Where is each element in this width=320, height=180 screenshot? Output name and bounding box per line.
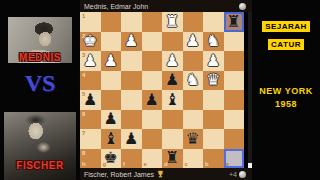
square-h8[interactable]: 8h xyxy=(80,149,101,169)
square-b1[interactable] xyxy=(203,12,224,32)
square-c4[interactable]: ♞ xyxy=(183,71,204,91)
square-c1[interactable] xyxy=(183,12,204,32)
square-b8[interactable]: b xyxy=(203,149,224,169)
square-g7[interactable]: ♝ xyxy=(101,129,122,149)
channel-title-line2: CATUR xyxy=(268,39,304,50)
channel-title: SEJARAH CATUR xyxy=(252,15,320,51)
square-e8[interactable]: e xyxy=(142,149,163,169)
square-c3[interactable] xyxy=(183,51,204,71)
square-g8[interactable]: ♚g xyxy=(101,149,122,169)
square-h5[interactable]: ♟5 xyxy=(80,90,101,110)
square-e6[interactable] xyxy=(142,110,163,130)
square-d3[interactable]: ♟ xyxy=(162,51,183,71)
rank-label-4: 4 xyxy=(82,72,85,78)
vs-label: VS xyxy=(0,70,80,97)
file-label-f: f xyxy=(123,161,125,167)
square-e2[interactable] xyxy=(142,32,163,52)
square-b5[interactable] xyxy=(203,90,224,110)
square-h6[interactable]: 6 xyxy=(80,110,101,130)
square-e1[interactable] xyxy=(142,12,163,32)
piece-white-pawn-c2: ♟ xyxy=(186,33,200,49)
mednis-caption: MEDNIS xyxy=(0,52,80,63)
file-label-e: e xyxy=(144,161,147,167)
square-h4[interactable]: 4 xyxy=(80,71,101,91)
file-label-g: g xyxy=(103,161,107,167)
event-year: 1958 xyxy=(252,98,320,111)
square-f7[interactable]: ♟ xyxy=(121,129,142,149)
piece-white-pawn-d3: ♟ xyxy=(165,52,179,68)
square-d8[interactable]: ♜d xyxy=(162,149,183,169)
trophy-icon xyxy=(157,170,164,178)
chess-board[interactable]: 1♜♜♚2♟♟♞♟3♟♟♟4♟♞♛♟5♟♝6♟7♝♟♛8h♚gfe♜dcba xyxy=(80,12,244,168)
square-d1[interactable]: ♜ xyxy=(162,12,183,32)
square-a8[interactable]: a xyxy=(224,149,245,169)
event-city: NEW YORK xyxy=(252,85,320,98)
square-f4[interactable] xyxy=(121,71,142,91)
piece-black-pawn-g6: ♟ xyxy=(104,111,118,127)
square-a3[interactable] xyxy=(224,51,245,71)
piece-white-pawn-f2: ♟ xyxy=(124,33,138,49)
square-b6[interactable] xyxy=(203,110,224,130)
square-g3[interactable]: ♟ xyxy=(101,51,122,71)
rank-label-3: 3 xyxy=(82,52,85,58)
file-label-b: b xyxy=(205,161,209,167)
square-d7[interactable] xyxy=(162,129,183,149)
square-e4[interactable] xyxy=(142,71,163,91)
bottom-player-name: Fischer, Robert James xyxy=(84,171,154,178)
square-c8[interactable]: c xyxy=(183,149,204,169)
bottom-player-bar: Fischer, Robert James +4 xyxy=(80,168,252,180)
square-f5[interactable] xyxy=(121,90,142,110)
player-status-icon xyxy=(239,3,246,10)
rank-label-1: 1 xyxy=(82,13,85,19)
rank-label-2: 2 xyxy=(82,33,85,39)
square-a6[interactable] xyxy=(224,110,245,130)
piece-white-knight-b2: ♞ xyxy=(206,33,220,49)
square-g6[interactable]: ♟ xyxy=(101,110,122,130)
square-a1[interactable]: ♜ xyxy=(224,12,245,32)
top-player-bar: Mednis, Edmar John xyxy=(80,0,252,12)
piece-black-pawn-e5: ♟ xyxy=(145,91,159,107)
square-f6[interactable] xyxy=(121,110,142,130)
rank-label-7: 7 xyxy=(82,130,85,136)
rank-label-6: 6 xyxy=(82,111,85,117)
piece-white-pawn-g3: ♟ xyxy=(104,52,118,68)
square-h2[interactable]: ♚2 xyxy=(80,32,101,52)
rank-label-8: 8 xyxy=(82,150,85,156)
piece-black-pawn-f7: ♟ xyxy=(124,130,138,146)
square-d4[interactable]: ♟ xyxy=(162,71,183,91)
right-banner-panel: SEJARAH CATUR NEW YORK 1958 xyxy=(252,0,320,180)
file-label-a: a xyxy=(226,161,229,167)
square-h1[interactable]: 1 xyxy=(80,12,101,32)
square-f1[interactable] xyxy=(121,12,142,32)
square-d2[interactable] xyxy=(162,32,183,52)
square-a7[interactable] xyxy=(224,129,245,149)
player-status-icon xyxy=(239,171,246,178)
file-label-c: c xyxy=(185,161,188,167)
file-label-d: d xyxy=(164,161,168,167)
square-e5[interactable]: ♟ xyxy=(142,90,163,110)
square-e3[interactable] xyxy=(142,51,163,71)
square-b7[interactable] xyxy=(203,129,224,149)
square-d6[interactable] xyxy=(162,110,183,130)
square-b4[interactable]: ♛ xyxy=(203,71,224,91)
fischer-caption: FISCHER xyxy=(0,160,80,171)
piece-white-rook-d1: ♜ xyxy=(165,13,179,29)
piece-black-bishop-d5: ♝ xyxy=(165,91,179,107)
square-a2[interactable] xyxy=(224,32,245,52)
square-g5[interactable] xyxy=(101,90,122,110)
piece-black-bishop-g7: ♝ xyxy=(104,130,118,146)
square-b3[interactable]: ♟ xyxy=(203,51,224,71)
square-f8[interactable]: f xyxy=(121,149,142,169)
piece-white-pawn-b3: ♟ xyxy=(206,52,220,68)
left-banner-panel: MEDNIS VS FISCHER xyxy=(0,0,80,180)
square-c6[interactable] xyxy=(183,110,204,130)
square-g4[interactable] xyxy=(101,71,122,91)
piece-black-queen-c7: ♛ xyxy=(186,130,200,146)
material-advantage: +4 xyxy=(229,171,237,178)
channel-title-line1: SEJARAH xyxy=(262,21,310,32)
rank-label-5: 5 xyxy=(82,91,85,97)
square-g1[interactable] xyxy=(101,12,122,32)
top-player-name: Mednis, Edmar John xyxy=(84,3,148,10)
square-g2[interactable] xyxy=(101,32,122,52)
square-f2[interactable]: ♟ xyxy=(121,32,142,52)
piece-black-rook-a1: ♜ xyxy=(227,13,241,29)
square-c7[interactable]: ♛ xyxy=(183,129,204,149)
square-h7[interactable]: 7 xyxy=(80,129,101,149)
square-h3[interactable]: ♟3 xyxy=(80,51,101,71)
square-c2[interactable]: ♟ xyxy=(183,32,204,52)
square-a5[interactable] xyxy=(224,90,245,110)
piece-black-pawn-d4: ♟ xyxy=(165,72,179,88)
square-b2[interactable]: ♞ xyxy=(203,32,224,52)
square-f3[interactable] xyxy=(121,51,142,71)
square-d5[interactable]: ♝ xyxy=(162,90,183,110)
event-caption: NEW YORK 1958 xyxy=(252,85,320,110)
piece-white-knight-c4: ♞ xyxy=(186,72,200,88)
square-c5[interactable] xyxy=(183,90,204,110)
square-e7[interactable] xyxy=(142,129,163,149)
square-a4[interactable] xyxy=(224,71,245,91)
piece-white-queen-b4: ♛ xyxy=(206,72,220,88)
file-label-h: h xyxy=(82,161,86,167)
